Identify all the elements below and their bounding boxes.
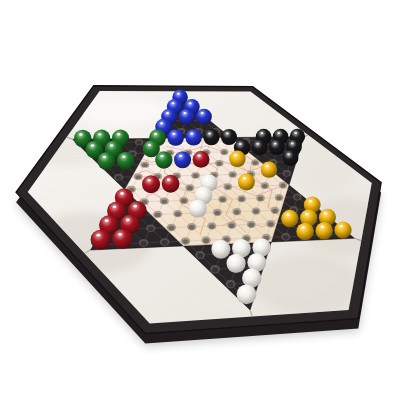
marble-yellow[interactable] bbox=[281, 210, 298, 227]
marble-black[interactable] bbox=[282, 150, 298, 166]
hole-10-6[interactable] bbox=[232, 208, 241, 215]
marble-yellow[interactable] bbox=[261, 161, 277, 177]
hole-12-2[interactable] bbox=[139, 239, 149, 247]
onyx-cloud bbox=[253, 254, 358, 313]
hole-11-4[interactable] bbox=[187, 223, 196, 231]
hole-12-5[interactable] bbox=[201, 236, 210, 244]
hole-10-5[interactable] bbox=[213, 209, 222, 216]
hole-6-6[interactable] bbox=[215, 160, 223, 166]
marble-blue[interactable] bbox=[185, 129, 201, 145]
hole-9-2[interactable] bbox=[160, 198, 169, 205]
hole-10-2[interactable] bbox=[153, 211, 162, 218]
marble-red[interactable] bbox=[142, 175, 160, 193]
hole-13-0[interactable] bbox=[195, 251, 205, 259]
hole-9-8[interactable] bbox=[275, 194, 283, 201]
marble-black[interactable] bbox=[221, 129, 237, 145]
hole-6-2[interactable] bbox=[141, 162, 150, 168]
hole-11-3[interactable] bbox=[167, 224, 176, 232]
hole-12-3[interactable] bbox=[160, 238, 170, 246]
marble-black[interactable] bbox=[203, 129, 219, 145]
marble-yellow[interactable] bbox=[296, 223, 314, 241]
hole-9-7[interactable] bbox=[256, 195, 265, 202]
hole-8-3[interactable] bbox=[185, 184, 194, 191]
marble-white[interactable] bbox=[189, 199, 207, 217]
hole-8-7[interactable] bbox=[261, 182, 269, 189]
hole-9-3[interactable] bbox=[179, 197, 188, 204]
marble-black[interactable] bbox=[269, 139, 285, 155]
board-canvas bbox=[0, 0, 400, 400]
marble-yellow[interactable] bbox=[238, 173, 255, 190]
hole-8-8[interactable] bbox=[279, 182, 287, 189]
marble-white[interactable] bbox=[227, 254, 246, 273]
hole-10-7[interactable] bbox=[252, 207, 261, 214]
hole-10-3[interactable] bbox=[173, 210, 182, 217]
hole-12-9[interactable] bbox=[281, 233, 290, 241]
marble-blue[interactable] bbox=[179, 109, 195, 125]
hole-11-2[interactable] bbox=[146, 225, 156, 233]
marble-blue[interactable] bbox=[167, 129, 184, 146]
hole-9-6[interactable] bbox=[237, 195, 246, 202]
hole-7-9[interactable] bbox=[283, 170, 291, 177]
marble-blue[interactable] bbox=[174, 151, 191, 168]
hole-6-8[interactable] bbox=[251, 159, 259, 165]
hole-5-7[interactable] bbox=[220, 149, 228, 155]
hole-11-5[interactable] bbox=[207, 222, 216, 230]
marble-white[interactable] bbox=[211, 240, 230, 259]
hole-9-5[interactable] bbox=[218, 196, 227, 203]
hole-11-6[interactable] bbox=[227, 221, 236, 229]
marble-white[interactable] bbox=[237, 284, 257, 304]
hole-11-7[interactable] bbox=[247, 221, 256, 229]
hole-7-0[interactable] bbox=[114, 174, 123, 181]
hole-8-5[interactable] bbox=[223, 183, 232, 190]
marble-yellow[interactable] bbox=[229, 151, 246, 168]
marble-yellow[interactable] bbox=[315, 222, 332, 239]
hole-11-8[interactable] bbox=[266, 220, 275, 228]
marble-blue[interactable] bbox=[196, 109, 212, 125]
hole-12-4[interactable] bbox=[181, 237, 191, 245]
marble-green[interactable] bbox=[155, 151, 172, 168]
hole-14-0[interactable] bbox=[210, 265, 220, 273]
marble-red[interactable] bbox=[193, 151, 210, 168]
onyx-cloud bbox=[80, 98, 164, 126]
marble-red[interactable] bbox=[91, 230, 111, 250]
marble-black[interactable] bbox=[252, 139, 268, 155]
marble-red[interactable] bbox=[112, 229, 132, 249]
hole-7-1[interactable] bbox=[134, 173, 143, 180]
hole-15-0[interactable] bbox=[226, 280, 236, 289]
hole-4-3[interactable] bbox=[135, 139, 143, 145]
hole-10-8[interactable] bbox=[271, 207, 280, 214]
marble-yellow[interactable] bbox=[334, 221, 351, 238]
marble-green[interactable] bbox=[97, 152, 115, 170]
marble-red[interactable] bbox=[162, 175, 180, 193]
hole-7-6[interactable] bbox=[228, 171, 236, 178]
marble-green[interactable] bbox=[117, 152, 135, 170]
hole-7-4[interactable] bbox=[191, 172, 200, 179]
hole-9-9[interactable] bbox=[293, 193, 301, 200]
chinese-checkers-board-photo bbox=[0, 0, 400, 400]
